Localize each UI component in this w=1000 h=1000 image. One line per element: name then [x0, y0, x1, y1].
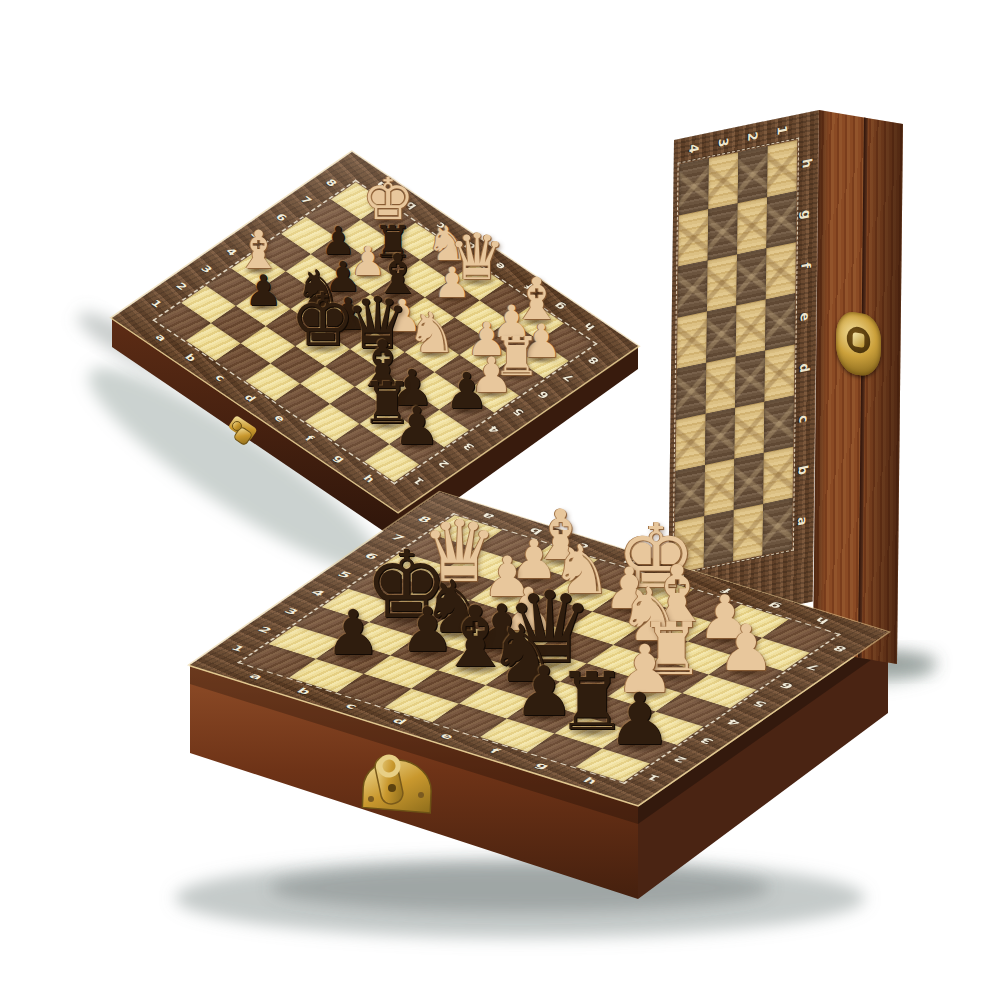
- box-square-c3: [705, 408, 735, 465]
- box-square-h2: [738, 146, 768, 203]
- box-rank-label-1: 1: [770, 113, 796, 148]
- box-square-c2: [734, 402, 764, 459]
- box-square-b2: [734, 453, 764, 510]
- box-square-f2: [736, 248, 766, 305]
- box-rank-label-4: 4: [681, 131, 707, 166]
- box-square-b3: [704, 459, 734, 516]
- box-rank-label-2: 2: [740, 119, 766, 154]
- box-square-a3: [704, 510, 734, 567]
- box-square-h3: [708, 152, 738, 209]
- brass-clasp: [836, 309, 882, 378]
- box-rank-label-3: 3: [711, 125, 737, 160]
- box-square-e3: [706, 306, 736, 363]
- box-square-g3: [708, 203, 738, 260]
- product-photo-stage: 4321hgfedcba abcdefgh8877665544332211abc…: [0, 0, 1000, 1000]
- box-frame: [795, 112, 821, 139]
- box-square-a2: [733, 504, 763, 561]
- box-hinge-seam: [858, 118, 868, 659]
- box-square-f3: [707, 254, 737, 311]
- folded-box-face: 4321hgfedcba: [668, 110, 819, 632]
- box-square-e2: [736, 299, 766, 356]
- box-square-d3: [706, 357, 736, 414]
- box-square-g2: [737, 197, 767, 254]
- folded-box-spine: [813, 110, 903, 664]
- box-square-d2: [735, 351, 765, 408]
